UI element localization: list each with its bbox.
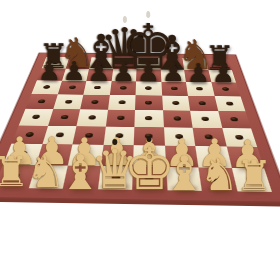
piece-black-pawn-a7[interactable]: ♟ <box>38 58 61 84</box>
black-finial-tip <box>147 136 152 142</box>
piece-black-pawn-d7[interactable]: ♟ <box>112 59 135 85</box>
piece-black-pawn-c7[interactable]: ♟ <box>87 59 110 85</box>
piece-white-rook-h1[interactable]: ♜ <box>236 156 273 197</box>
black-finial-tip <box>112 139 117 145</box>
piece-black-pawn-b7[interactable]: ♟ <box>62 58 85 84</box>
piece-black-pawn-f7[interactable]: ♟ <box>162 59 185 85</box>
piece-black-pawn-e7[interactable]: ♟ <box>137 59 160 85</box>
piece-black-pawn-h7[interactable]: ♟ <box>212 60 235 86</box>
pieces-layer: ♜♞♝♛♚♝♞♜♟♟♟♟♟♟♟♟♟♟♟♟♟♟♟♟♜♞♝♛♚♝♞♜ <box>0 0 280 280</box>
light-finial-tip <box>146 11 150 18</box>
piece-white-knight-g1[interactable]: ♞ <box>199 153 238 197</box>
chess-set-photo: ♜♞♝♛♚♝♞♜♟♟♟♟♟♟♟♟♟♟♟♟♟♟♟♟♜♞♝♛♚♝♞♜ <box>0 0 280 280</box>
piece-black-pawn-g7[interactable]: ♟ <box>187 60 210 86</box>
